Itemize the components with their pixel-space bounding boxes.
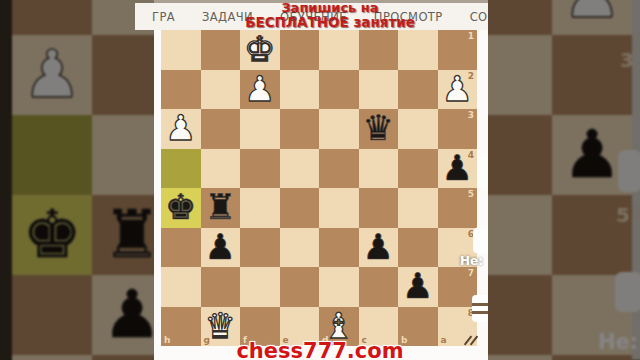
square-c1[interactable] (359, 30, 399, 70)
bg-square (92, 35, 154, 115)
square-g7[interactable] (201, 267, 241, 307)
square-d2[interactable] (319, 70, 359, 110)
square-a5[interactable]: 5 (438, 188, 478, 228)
square-c6[interactable]: ♟ (359, 228, 399, 268)
bg-black-king: ♚ (12, 195, 92, 275)
bg-chat-text: Не: (598, 330, 638, 354)
square-f7[interactable] (240, 267, 280, 307)
square-h7[interactable] (161, 267, 201, 307)
bg-white-pawn: ♟ (12, 35, 92, 115)
black-pawn[interactable]: ♟ (201, 228, 241, 268)
bg-square: ♜ (92, 195, 154, 275)
square-b7[interactable]: ♟ (398, 267, 438, 307)
square-h3[interactable]: ♟ (161, 109, 201, 149)
scroll-fragment (477, 156, 488, 189)
square-h6[interactable] (161, 228, 201, 268)
black-pawn[interactable]: ♟ (359, 228, 399, 268)
square-e5[interactable] (280, 188, 320, 228)
rank-label-7: 7 (468, 268, 474, 278)
bg-black-rook: ♜ (92, 195, 154, 275)
square-g6[interactable]: ♟ (201, 228, 241, 268)
square-d7[interactable] (319, 267, 359, 307)
white-pawn[interactable]: ♟ (161, 109, 201, 149)
square-c2[interactable] (359, 70, 399, 110)
square-f2[interactable]: ♟ (240, 70, 280, 110)
square-h2[interactable] (161, 70, 201, 110)
square-g5[interactable]: ♜ (201, 188, 241, 228)
chat-text-fragment: Не: (460, 254, 483, 268)
black-king[interactable]: ♚ (161, 188, 201, 228)
square-b5[interactable] (398, 188, 438, 228)
square-h1[interactable] (161, 30, 201, 70)
promo-line1: Запишись на (154, 1, 506, 15)
promo-banner: Запишись на БЕСПЛАТНОЕ занятие (154, 1, 506, 29)
square-a2[interactable]: 2♟ (438, 70, 478, 110)
bg-black-pawn: ♟ (92, 275, 154, 355)
bg-square: ♟ (92, 275, 154, 355)
thumb-icon[interactable] (473, 227, 488, 253)
square-h4[interactable] (161, 149, 201, 189)
square-g1[interactable] (201, 30, 241, 70)
square-f4[interactable] (240, 149, 280, 189)
bg-square (488, 195, 552, 275)
square-e3[interactable] (280, 109, 320, 149)
square-e1[interactable] (280, 30, 320, 70)
bg-icon-fragment (615, 272, 640, 312)
promo-line2: БЕСПЛАТНОЕ занятие (154, 15, 506, 29)
square-e4[interactable] (280, 149, 320, 189)
bg-square (12, 0, 92, 35)
square-b6[interactable] (398, 228, 438, 268)
square-f5[interactable] (240, 188, 280, 228)
bg-square: ♟ (552, 0, 632, 35)
square-d4[interactable] (319, 149, 359, 189)
square-g3[interactable] (201, 109, 241, 149)
bg-square (12, 275, 92, 355)
square-g4[interactable] (201, 149, 241, 189)
bg-square (92, 115, 154, 195)
bg-square (488, 35, 552, 115)
bg-square (92, 355, 154, 360)
bg-file-letter: g (631, 200, 640, 220)
square-c5[interactable] (359, 188, 399, 228)
bg-square: ♟ (12, 35, 92, 115)
bg-square (552, 35, 632, 115)
square-d5[interactable] (319, 188, 359, 228)
black-rook[interactable]: ♜ (201, 188, 241, 228)
bg-square (488, 275, 552, 355)
square-b1[interactable] (398, 30, 438, 70)
rank-label-1: 1 (468, 31, 474, 41)
background-left-blur: ♟ ♚ ♜ ♟ (0, 0, 154, 360)
bg-square (488, 115, 552, 195)
white-pawn[interactable]: ♟ (438, 70, 478, 110)
white-pawn[interactable]: ♟ (240, 70, 280, 110)
square-b3[interactable] (398, 109, 438, 149)
square-e6[interactable] (280, 228, 320, 268)
black-queen[interactable]: ♛ (359, 109, 399, 149)
square-e7[interactable] (280, 267, 320, 307)
square-a4[interactable]: 4♟ (438, 149, 478, 189)
square-b2[interactable] (398, 70, 438, 110)
bg-white-pawn: ♟ (552, 0, 632, 35)
square-a3[interactable]: 3 (438, 109, 478, 149)
square-c7[interactable] (359, 267, 399, 307)
square-f1[interactable]: ♚ (240, 30, 280, 70)
square-d1[interactable] (319, 30, 359, 70)
square-f3[interactable] (240, 109, 280, 149)
square-g2[interactable] (201, 70, 241, 110)
background-right-blur: ♟ ♟ 3 4 5 g Не: (488, 0, 640, 360)
bg-square-highlight: ♚ (12, 195, 92, 275)
square-d3[interactable] (319, 109, 359, 149)
square-b4[interactable] (398, 149, 438, 189)
bg-square (488, 355, 552, 360)
square-c4[interactable] (359, 149, 399, 189)
chess-board[interactable]: ♚1♟2♟♟♛34♟♚♜5♟♟6♟7hg♛fed♝cb8a (161, 30, 477, 346)
square-h5[interactable]: ♚ (161, 188, 201, 228)
watermark-url: chess777.com (152, 339, 488, 360)
bg-rank-number: 5 (616, 203, 630, 227)
rank-label-3: 3 (468, 110, 474, 120)
square-d6[interactable] (319, 228, 359, 268)
square-e2[interactable] (280, 70, 320, 110)
bg-icon-fragment (618, 150, 640, 192)
rank-label-5: 5 (468, 189, 474, 199)
bg-rank-number: 4 (618, 126, 632, 150)
white-king[interactable]: ♚ (240, 30, 280, 70)
square-c3[interactable]: ♛ (359, 109, 399, 149)
black-pawn[interactable]: ♟ (398, 267, 438, 307)
square-a1[interactable]: 1 (438, 30, 478, 70)
bg-rank-number: 3 (620, 48, 634, 72)
bg-square (552, 355, 632, 360)
video-frame: ♟ ♚ ♜ ♟ ♟ ♟ (0, 0, 640, 360)
menu-icon[interactable] (472, 295, 488, 322)
bg-square-highlight (12, 115, 92, 195)
black-pawn[interactable]: ♟ (438, 149, 478, 189)
bg-square (12, 355, 92, 360)
square-f6[interactable] (240, 228, 280, 268)
